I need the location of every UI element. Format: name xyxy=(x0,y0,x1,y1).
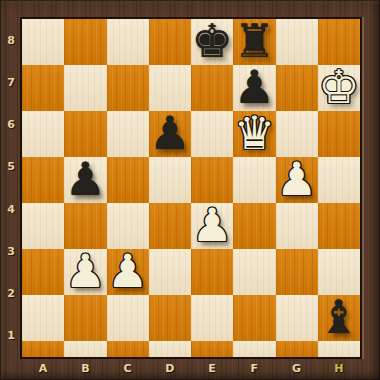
file-label-e: E xyxy=(191,357,233,380)
piece-white-pawn[interactable]: ♟ xyxy=(276,156,317,202)
square-f6[interactable]: ♛ xyxy=(233,111,275,157)
square-d2[interactable] xyxy=(149,295,191,341)
file-label-a: A xyxy=(22,357,64,380)
square-g2[interactable] xyxy=(276,295,318,341)
square-h4[interactable] xyxy=(318,203,360,249)
square-g6[interactable] xyxy=(276,111,318,157)
square-c2[interactable] xyxy=(107,295,149,341)
square-g1[interactable] xyxy=(276,341,318,357)
file-label-f: F xyxy=(233,357,275,380)
rank-label-1: 1 xyxy=(0,315,22,357)
square-c4[interactable] xyxy=(107,203,149,249)
file-label-c: C xyxy=(107,357,149,380)
rank-label-2: 2 xyxy=(0,273,22,315)
square-e1[interactable] xyxy=(191,341,233,357)
square-f5[interactable] xyxy=(233,157,275,203)
file-label-g: G xyxy=(276,357,318,380)
rank-label-3: 3 xyxy=(0,230,22,272)
file-label-h: H xyxy=(318,357,360,380)
square-f3[interactable] xyxy=(233,249,275,295)
square-b6[interactable] xyxy=(64,111,106,157)
square-d7[interactable] xyxy=(149,65,191,111)
square-e2[interactable] xyxy=(191,295,233,341)
square-h3[interactable] xyxy=(318,249,360,295)
square-a6[interactable] xyxy=(22,111,64,157)
square-a2[interactable] xyxy=(22,295,64,341)
square-g7[interactable] xyxy=(276,65,318,111)
rank-labels: 87654321 xyxy=(0,19,22,357)
piece-white-pawn[interactable]: ♟ xyxy=(107,248,148,294)
rank-label-5: 5 xyxy=(0,146,22,188)
square-c1[interactable] xyxy=(107,341,149,357)
piece-white-pawn[interactable]: ♟ xyxy=(65,248,106,294)
square-a7[interactable] xyxy=(22,65,64,111)
square-d5[interactable] xyxy=(149,157,191,203)
square-a4[interactable] xyxy=(22,203,64,249)
file-label-d: D xyxy=(149,357,191,380)
rank-label-7: 7 xyxy=(0,61,22,103)
square-f1[interactable] xyxy=(233,341,275,357)
square-h6[interactable] xyxy=(318,111,360,157)
square-f4[interactable] xyxy=(233,203,275,249)
chess-board[interactable]: ♚♜♟♚♟♛♟♟♟♟♟♝ xyxy=(22,19,360,357)
square-e4[interactable]: ♟ xyxy=(191,203,233,249)
chess-board-frame: 87654321 ♚♜♟♚♟♛♟♟♟♟♟♝ ABCDEFGH xyxy=(0,0,380,380)
rank-label-6: 6 xyxy=(0,104,22,146)
square-e7[interactable] xyxy=(191,65,233,111)
square-b8[interactable] xyxy=(64,19,106,65)
square-g3[interactable] xyxy=(276,249,318,295)
square-d3[interactable] xyxy=(149,249,191,295)
square-b5[interactable]: ♟ xyxy=(64,157,106,203)
square-e6[interactable] xyxy=(191,111,233,157)
square-c5[interactable] xyxy=(107,157,149,203)
piece-white-king[interactable]: ♚ xyxy=(318,64,359,110)
square-h8[interactable] xyxy=(318,19,360,65)
square-g5[interactable]: ♟ xyxy=(276,157,318,203)
square-d8[interactable] xyxy=(149,19,191,65)
square-g8[interactable] xyxy=(276,19,318,65)
square-e3[interactable] xyxy=(191,249,233,295)
square-e8[interactable]: ♚ xyxy=(191,19,233,65)
piece-black-king[interactable]: ♚ xyxy=(192,18,233,64)
rank-label-8: 8 xyxy=(0,19,22,61)
square-g4[interactable] xyxy=(276,203,318,249)
square-b1[interactable] xyxy=(64,341,106,357)
square-d1[interactable] xyxy=(149,341,191,357)
square-e5[interactable] xyxy=(191,157,233,203)
file-labels: ABCDEFGH xyxy=(22,357,360,380)
square-b2[interactable] xyxy=(64,295,106,341)
square-b4[interactable] xyxy=(64,203,106,249)
square-b3[interactable]: ♟ xyxy=(64,249,106,295)
square-a8[interactable] xyxy=(22,19,64,65)
square-f8[interactable]: ♜ xyxy=(233,19,275,65)
piece-white-pawn[interactable]: ♟ xyxy=(192,202,233,248)
square-c6[interactable] xyxy=(107,111,149,157)
square-b7[interactable] xyxy=(64,65,106,111)
square-c7[interactable] xyxy=(107,65,149,111)
square-h5[interactable] xyxy=(318,157,360,203)
square-f2[interactable] xyxy=(233,295,275,341)
square-d6[interactable]: ♟ xyxy=(149,111,191,157)
piece-black-rook[interactable]: ♜ xyxy=(234,18,275,64)
piece-black-pawn[interactable]: ♟ xyxy=(234,64,275,110)
square-h2[interactable]: ♝ xyxy=(318,295,360,341)
square-c3[interactable]: ♟ xyxy=(107,249,149,295)
piece-black-pawn[interactable]: ♟ xyxy=(149,110,190,156)
piece-white-queen[interactable]: ♛ xyxy=(234,110,275,156)
square-h7[interactable]: ♚ xyxy=(318,65,360,111)
piece-black-pawn[interactable]: ♟ xyxy=(65,156,106,202)
rank-label-4: 4 xyxy=(0,188,22,230)
square-h1[interactable] xyxy=(318,341,360,357)
square-f7[interactable]: ♟ xyxy=(233,65,275,111)
square-d4[interactable] xyxy=(149,203,191,249)
piece-black-bishop[interactable]: ♝ xyxy=(318,294,359,340)
square-a3[interactable] xyxy=(22,249,64,295)
square-a1[interactable] xyxy=(22,341,64,357)
square-a5[interactable] xyxy=(22,157,64,203)
square-c8[interactable] xyxy=(107,19,149,65)
file-label-b: B xyxy=(64,357,106,380)
